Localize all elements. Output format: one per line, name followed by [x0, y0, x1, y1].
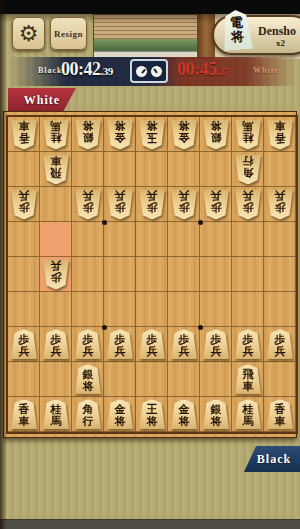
- board-cell[interactable]: 桂馬: [40, 397, 72, 432]
- gear-icon: ⚙: [19, 23, 39, 45]
- board-cell[interactable]: 歩兵: [72, 187, 104, 222]
- bottom-gray-strip: [0, 519, 300, 529]
- board-cell[interactable]: 桂馬: [232, 397, 264, 432]
- board-cell[interactable]: 金将: [104, 117, 136, 152]
- white-香車-piece[interactable]: 香車: [11, 119, 38, 149]
- black-金将-piece[interactable]: 金将: [171, 399, 198, 429]
- white-歩兵-piece[interactable]: 歩兵: [11, 189, 38, 219]
- black-金将-piece[interactable]: 金将: [107, 399, 134, 429]
- board-cell[interactable]: [72, 292, 104, 327]
- board-grid: 香車桂馬銀将金将玉将金将銀将桂馬香車飛車角行歩兵歩兵歩兵歩兵歩兵歩兵歩兵歩兵歩兵…: [6, 115, 298, 434]
- board-cell[interactable]: 香車: [8, 117, 40, 152]
- board-cell[interactable]: 銀将: [200, 117, 232, 152]
- board-cell[interactable]: 香車: [8, 397, 40, 432]
- board-cell[interactable]: [136, 222, 168, 257]
- board-cell[interactable]: 歩兵: [72, 327, 104, 362]
- white-歩兵-piece[interactable]: 歩兵: [203, 189, 230, 219]
- board-cell[interactable]: [264, 292, 296, 327]
- board-cell[interactable]: 歩兵: [264, 187, 296, 222]
- board-cell[interactable]: [8, 257, 40, 292]
- black-歩兵-piece[interactable]: 歩兵: [107, 329, 134, 359]
- black-銀将-piece[interactable]: 銀将: [75, 364, 102, 394]
- board-cell[interactable]: [104, 257, 136, 292]
- white-桂馬-piece[interactable]: 桂馬: [43, 119, 70, 149]
- black-桂馬-piece[interactable]: 桂馬: [43, 399, 70, 429]
- board-cell[interactable]: 歩兵: [40, 257, 72, 292]
- white-歩兵-piece[interactable]: 歩兵: [171, 189, 198, 219]
- white-角行-piece[interactable]: 角行: [235, 154, 262, 184]
- board-cell[interactable]: [136, 152, 168, 187]
- board-cell[interactable]: 歩兵: [8, 187, 40, 222]
- black-歩兵-piece[interactable]: 歩兵: [235, 329, 262, 359]
- board-cell[interactable]: 歩兵: [168, 187, 200, 222]
- black-歩兵-piece[interactable]: 歩兵: [267, 329, 294, 359]
- white-香車-piece[interactable]: 香車: [267, 119, 294, 149]
- board-cell[interactable]: [168, 152, 200, 187]
- board-cell[interactable]: [264, 362, 296, 397]
- white-飛車-piece[interactable]: 飛車: [43, 154, 70, 184]
- star-point: [102, 220, 107, 225]
- board-cell[interactable]: 歩兵: [136, 187, 168, 222]
- left-edge-shadow: [0, 0, 7, 529]
- black-桂馬-piece[interactable]: 桂馬: [235, 399, 262, 429]
- board-cell[interactable]: [8, 152, 40, 187]
- white-歩兵-piece[interactable]: 歩兵: [235, 189, 262, 219]
- board-cell[interactable]: 歩兵: [168, 327, 200, 362]
- star-point: [102, 325, 107, 330]
- board-cell[interactable]: [168, 362, 200, 397]
- board-cell[interactable]: [264, 257, 296, 292]
- white-歩兵-piece[interactable]: 歩兵: [139, 189, 166, 219]
- board-cell[interactable]: [40, 222, 72, 257]
- engine-name: Densho: [258, 24, 296, 39]
- board-cell[interactable]: [104, 362, 136, 397]
- board-cell[interactable]: [40, 292, 72, 327]
- board-cell[interactable]: 飛車: [40, 152, 72, 187]
- black-銀将-piece[interactable]: 銀将: [203, 399, 230, 429]
- board-cell[interactable]: 銀将: [200, 397, 232, 432]
- board-cell[interactable]: [104, 292, 136, 327]
- white-銀将-piece[interactable]: 銀将: [75, 119, 102, 149]
- black-王将-piece[interactable]: 王将: [139, 399, 166, 429]
- board-cell[interactable]: 金将: [168, 397, 200, 432]
- board-cell[interactable]: 歩兵: [8, 327, 40, 362]
- black-香車-piece[interactable]: 香車: [267, 399, 294, 429]
- densho-engine-badge[interactable]: 電 将 Densho x2: [212, 15, 300, 55]
- clock-bar: Black 00:42.39 00:45.27 White: [0, 57, 300, 86]
- black-角行-piece[interactable]: 角行: [75, 399, 102, 429]
- black-歩兵-piece[interactable]: 歩兵: [43, 329, 70, 359]
- board-cell[interactable]: [72, 152, 104, 187]
- board-cell[interactable]: [72, 222, 104, 257]
- white-clock-time: 00:45.27: [177, 59, 229, 80]
- white-歩兵-piece[interactable]: 歩兵: [43, 259, 70, 289]
- board-cell[interactable]: 飛車: [232, 362, 264, 397]
- board-cell[interactable]: [264, 222, 296, 257]
- black-歩兵-piece[interactable]: 歩兵: [75, 329, 102, 359]
- white-歩兵-piece[interactable]: 歩兵: [107, 189, 134, 219]
- board-cell[interactable]: 歩兵: [136, 327, 168, 362]
- board-cell[interactable]: 歩兵: [104, 187, 136, 222]
- board-cell[interactable]: 桂馬: [232, 117, 264, 152]
- board-cell[interactable]: [8, 222, 40, 257]
- board-cell[interactable]: 金将: [168, 117, 200, 152]
- board-cell[interactable]: 香車: [264, 117, 296, 152]
- settings-button[interactable]: ⚙: [12, 17, 45, 50]
- board-cell[interactable]: 歩兵: [200, 327, 232, 362]
- white-金将-piece[interactable]: 金将: [107, 119, 134, 149]
- board-cell[interactable]: [168, 292, 200, 327]
- board-cell[interactable]: [168, 257, 200, 292]
- board-cell[interactable]: 角行: [72, 397, 104, 432]
- star-point: [198, 325, 203, 330]
- board-cell[interactable]: [200, 257, 232, 292]
- board-cell[interactable]: [200, 292, 232, 327]
- board-cell[interactable]: 歩兵: [40, 327, 72, 362]
- board-cell[interactable]: [232, 222, 264, 257]
- white-歩兵-piece[interactable]: 歩兵: [75, 189, 102, 219]
- board-cell[interactable]: 歩兵: [232, 327, 264, 362]
- dual-stopwatch-icon: [130, 59, 168, 83]
- board-cell[interactable]: 銀将: [72, 362, 104, 397]
- board-cell[interactable]: 歩兵: [264, 327, 296, 362]
- black-飛車-piece[interactable]: 飛車: [235, 364, 262, 394]
- white-桂馬-piece[interactable]: 桂馬: [235, 119, 262, 149]
- board-cell[interactable]: [104, 152, 136, 187]
- white-玉将-piece[interactable]: 玉将: [139, 119, 166, 149]
- resign-button[interactable]: Resign: [50, 17, 87, 50]
- board-cell[interactable]: 王将: [136, 397, 168, 432]
- shogi-board: 香車桂馬銀将金将玉将金将銀将桂馬香車飛車角行歩兵歩兵歩兵歩兵歩兵歩兵歩兵歩兵歩兵…: [3, 111, 297, 438]
- board-cell[interactable]: [136, 362, 168, 397]
- black-歩兵-piece[interactable]: 歩兵: [203, 329, 230, 359]
- black-clock-time: 00:42.39: [61, 59, 113, 80]
- board-cell[interactable]: [8, 292, 40, 327]
- board-cell[interactable]: 桂馬: [40, 117, 72, 152]
- board-cell[interactable]: 香車: [264, 397, 296, 432]
- board-cell[interactable]: 玉将: [136, 117, 168, 152]
- white-歩兵-piece[interactable]: 歩兵: [267, 189, 294, 219]
- board-cell[interactable]: [136, 292, 168, 327]
- shogi-app-screen: { "game": "shogi", "position": { "sfen":…: [0, 0, 300, 529]
- board-cell[interactable]: [168, 222, 200, 257]
- board-cell[interactable]: 金将: [104, 397, 136, 432]
- black-clock-label: Black: [38, 66, 63, 75]
- densho-piece-icon: 電 将: [220, 9, 253, 51]
- board-cell[interactable]: [72, 257, 104, 292]
- black-香車-piece[interactable]: 香車: [11, 399, 38, 429]
- board-cell[interactable]: [232, 257, 264, 292]
- engine-multiplier: x2: [276, 38, 285, 48]
- white-銀将-piece[interactable]: 銀将: [203, 119, 230, 149]
- board-cell[interactable]: [200, 362, 232, 397]
- white-clock-label: White: [253, 66, 279, 75]
- board-cell[interactable]: 歩兵: [232, 187, 264, 222]
- board-cell[interactable]: [264, 152, 296, 187]
- board-cell[interactable]: [104, 222, 136, 257]
- top-black-strip: [0, 0, 300, 14]
- board-cell[interactable]: 角行: [232, 152, 264, 187]
- board-cell[interactable]: [232, 292, 264, 327]
- board-cell[interactable]: [40, 362, 72, 397]
- star-point: [198, 220, 203, 225]
- white-金将-piece[interactable]: 金将: [171, 119, 198, 149]
- board-cell[interactable]: 歩兵: [200, 187, 232, 222]
- board-cell[interactable]: [136, 257, 168, 292]
- board-cell[interactable]: [200, 152, 232, 187]
- board-cell[interactable]: [200, 222, 232, 257]
- board-cell[interactable]: [8, 362, 40, 397]
- black-歩兵-piece[interactable]: 歩兵: [11, 329, 38, 359]
- stopwatch-icon: [135, 65, 148, 78]
- black-歩兵-piece[interactable]: 歩兵: [139, 329, 166, 359]
- stopwatch-icon: [150, 65, 163, 78]
- board-cell[interactable]: 銀将: [72, 117, 104, 152]
- board-cell[interactable]: [40, 187, 72, 222]
- board-cell[interactable]: 歩兵: [104, 327, 136, 362]
- black-歩兵-piece[interactable]: 歩兵: [171, 329, 198, 359]
